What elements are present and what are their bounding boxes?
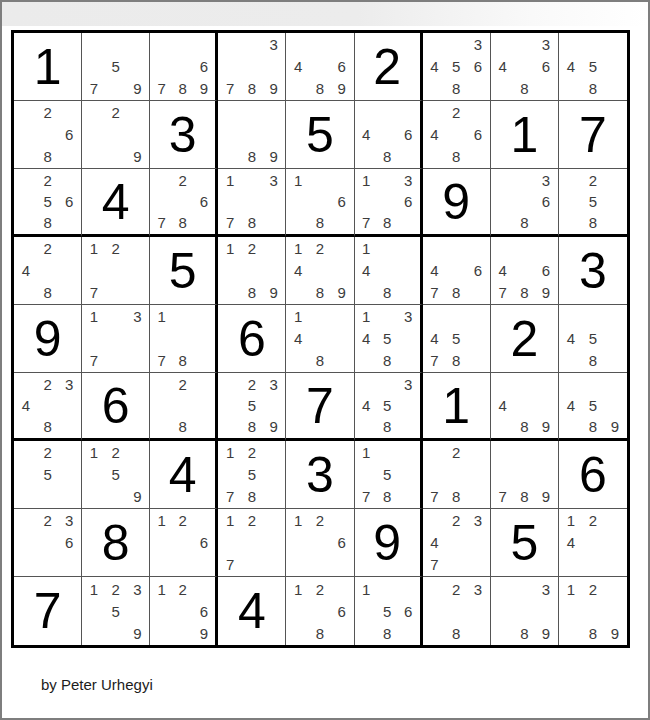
cell-r2c9[interactable]: 7: [559, 101, 627, 169]
cell-r3c4[interactable]: 1378: [218, 169, 286, 237]
candidate-digit: 1: [151, 578, 172, 600]
empty-candidate-slot: [377, 442, 398, 464]
candidate-digit: 7: [219, 553, 241, 575]
empty-candidate-slot: [58, 442, 80, 464]
candidate-digit: 2: [172, 170, 193, 191]
candidate-grid: 368: [492, 170, 557, 233]
empty-candidate-slot: [127, 124, 149, 146]
candidate-digit: 3: [398, 170, 419, 191]
cell-r7c6[interactable]: 1578: [355, 441, 423, 509]
candidate-digit: 3: [467, 578, 489, 600]
cell-r3c5[interactable]: 168: [286, 169, 354, 237]
cell-r6c9[interactable]: 4589: [559, 373, 627, 441]
candidate-grid: 127: [219, 510, 284, 575]
empty-candidate-slot: [263, 553, 285, 575]
candidate-digit: 1: [356, 170, 377, 191]
candidate-digit: 5: [37, 464, 59, 486]
cell-r9c5[interactable]: 1268: [286, 577, 354, 645]
empty-candidate-slot: [560, 306, 582, 328]
empty-candidate-slot: [37, 553, 59, 575]
candidate-digit: 1: [287, 170, 309, 191]
cell-r9c6[interactable]: 1568: [355, 577, 423, 645]
empty-candidate-slot: [219, 102, 241, 124]
candidate-grid: 3458: [356, 374, 419, 437]
empty-candidate-slot: [105, 34, 127, 56]
candidate-grid: 148: [287, 306, 352, 371]
candidate-grid: 458: [560, 306, 626, 371]
cell-r5c5[interactable]: 148: [286, 305, 354, 373]
candidate-digit: 8: [37, 212, 59, 233]
empty-candidate-slot: [398, 328, 419, 350]
cell-r1c7[interactable]: 34568: [423, 33, 491, 101]
empty-candidate-slot: [15, 191, 37, 212]
candidate-grid: 148: [356, 238, 419, 303]
empty-candidate-slot: [604, 170, 626, 191]
cell-r3c7[interactable]: 9: [423, 169, 491, 237]
empty-candidate-slot: [15, 442, 37, 464]
candidate-digit: 2: [309, 578, 331, 600]
candidate-digit: 3: [127, 578, 149, 600]
cell-r3c8[interactable]: 368: [491, 169, 559, 237]
cell-r6c2[interactable]: 6: [82, 373, 150, 441]
candidate-digit: 3: [58, 374, 80, 395]
candidate-digit: 7: [151, 77, 172, 99]
empty-candidate-slot: [398, 395, 419, 416]
candidate-digit: 4: [15, 395, 37, 416]
empty-candidate-slot: [445, 532, 467, 554]
empty-candidate-slot: [424, 102, 446, 124]
cell-r6c1[interactable]: 2348: [14, 373, 82, 441]
candidate-digit: 8: [377, 485, 398, 507]
candidate-digit: 3: [467, 34, 489, 56]
candidate-digit: 8: [241, 281, 263, 303]
empty-candidate-slot: [560, 416, 582, 437]
empty-candidate-slot: [105, 260, 127, 282]
candidate-grid: 789: [492, 442, 557, 507]
empty-candidate-slot: [398, 622, 419, 644]
empty-candidate-slot: [263, 532, 285, 554]
empty-candidate-slot: [424, 510, 446, 532]
candidate-grid: 4689: [287, 34, 352, 99]
candidate-digit: 8: [309, 212, 331, 233]
cell-r5c7[interactable]: 4578: [423, 305, 491, 373]
candidate-digit: 2: [37, 102, 59, 124]
empty-candidate-slot: [15, 170, 37, 191]
candidate-digit: 1: [287, 578, 309, 600]
empty-candidate-slot: [604, 349, 626, 371]
empty-candidate-slot: [513, 191, 535, 212]
empty-candidate-slot: [560, 191, 582, 212]
candidate-digit: 2: [37, 238, 59, 260]
candidate-digit: 5: [241, 464, 263, 486]
cell-r1c6[interactable]: 2: [355, 33, 423, 101]
candidate-digit: 6: [535, 56, 557, 78]
empty-candidate-slot: [151, 34, 172, 56]
cell-r8c9[interactable]: 124: [559, 509, 627, 577]
cell-r1c3[interactable]: 6789: [150, 33, 218, 101]
empty-candidate-slot: [58, 395, 80, 416]
empty-candidate-slot: [287, 212, 309, 233]
empty-candidate-slot: [309, 306, 331, 328]
cell-r4c2[interactable]: 127: [82, 237, 150, 305]
empty-candidate-slot: [287, 34, 309, 56]
cell-r2c3[interactable]: 3: [150, 101, 218, 169]
candidate-digit: 8: [172, 77, 193, 99]
empty-candidate-slot: [535, 212, 557, 233]
empty-candidate-slot: [492, 442, 514, 464]
candidate-digit: 1: [356, 442, 377, 464]
empty-candidate-slot: [219, 260, 241, 282]
candidate-grid: 4589: [560, 374, 626, 437]
candidate-digit: 1: [83, 578, 105, 600]
candidate-digit: 9: [127, 622, 149, 644]
empty-candidate-slot: [560, 600, 582, 622]
candidate-digit: 4: [287, 56, 309, 78]
empty-candidate-slot: [445, 260, 467, 282]
empty-candidate-slot: [287, 281, 309, 303]
cell-r4c5[interactable]: 12489: [286, 237, 354, 305]
empty-candidate-slot: [582, 600, 604, 622]
empty-candidate-slot: [604, 374, 626, 395]
cell-r9c2[interactable]: 12359: [82, 577, 150, 645]
empty-candidate-slot: [604, 532, 626, 554]
empty-candidate-slot: [377, 260, 398, 282]
cell-r4c7[interactable]: 4678: [423, 237, 491, 305]
candidate-digit: 8: [241, 145, 263, 167]
empty-candidate-slot: [309, 260, 331, 282]
author-credit: by Peter Urhegyi: [41, 676, 153, 693]
cell-r5c1[interactable]: 9: [14, 305, 82, 373]
empty-candidate-slot: [309, 170, 331, 191]
cell-r7c4[interactable]: 12578: [218, 441, 286, 509]
empty-candidate-slot: [467, 238, 489, 260]
cell-r9c1[interactable]: 7: [14, 577, 82, 645]
candidate-grid: 46789: [492, 238, 557, 303]
candidate-digit: 6: [331, 532, 353, 554]
empty-candidate-slot: [331, 34, 353, 56]
empty-candidate-slot: [105, 485, 127, 507]
cell-r8c2[interactable]: 8: [82, 509, 150, 577]
cell-r1c1[interactable]: 1: [14, 33, 82, 101]
empty-candidate-slot: [127, 34, 149, 56]
empty-candidate-slot: [37, 395, 59, 416]
candidate-digit: 4: [424, 328, 446, 350]
candidate-digit: 2: [445, 102, 467, 124]
candidate-digit: 5: [377, 328, 398, 350]
cell-r9c4[interactable]: 4: [218, 577, 286, 645]
candidate-digit: 2: [241, 374, 263, 395]
candidate-digit: 7: [151, 349, 172, 371]
empty-candidate-slot: [398, 260, 419, 282]
cell-r6c7[interactable]: 1: [423, 373, 491, 441]
cell-r4c1[interactable]: 248: [14, 237, 82, 305]
cell-r7c8[interactable]: 789: [491, 441, 559, 509]
empty-candidate-slot: [560, 349, 582, 371]
empty-candidate-slot: [560, 77, 582, 99]
given-digit: 4: [82, 169, 149, 234]
candidate-digit: 2: [105, 578, 127, 600]
empty-candidate-slot: [127, 281, 149, 303]
candidate-grid: 126: [151, 510, 214, 575]
candidate-digit: 3: [535, 34, 557, 56]
empty-candidate-slot: [219, 416, 241, 437]
empty-candidate-slot: [356, 622, 377, 644]
cell-r6c8[interactable]: 489: [491, 373, 559, 441]
candidate-digit: 8: [309, 622, 331, 644]
cell-r3c2[interactable]: 4: [82, 169, 150, 237]
cell-r5c6[interactable]: 13458: [355, 305, 423, 373]
empty-candidate-slot: [287, 532, 309, 554]
candidate-digit: 4: [560, 395, 582, 416]
candidate-digit: 9: [535, 485, 557, 507]
empty-candidate-slot: [513, 578, 535, 600]
cell-r7c2[interactable]: 1259: [82, 441, 150, 509]
cell-r8c4[interactable]: 127: [218, 509, 286, 577]
empty-candidate-slot: [151, 374, 172, 395]
cell-r4c9[interactable]: 3: [559, 237, 627, 305]
cell-r7c3[interactable]: 4: [150, 441, 218, 509]
candidate-digit: 8: [445, 77, 467, 99]
candidate-digit: 6: [467, 56, 489, 78]
empty-candidate-slot: [193, 395, 214, 416]
candidate-digit: 2: [172, 374, 193, 395]
cell-r8c6[interactable]: 9: [355, 509, 423, 577]
given-digit: 7: [559, 101, 627, 168]
cell-r2c2[interactable]: 29: [82, 101, 150, 169]
candidate-digit: 8: [445, 145, 467, 167]
candidate-grid: 268: [15, 102, 80, 167]
empty-candidate-slot: [604, 212, 626, 233]
empty-candidate-slot: [172, 191, 193, 212]
candidate-digit: 8: [582, 77, 604, 99]
empty-candidate-slot: [398, 102, 419, 124]
empty-candidate-slot: [58, 464, 80, 486]
empty-candidate-slot: [172, 622, 193, 644]
empty-candidate-slot: [15, 238, 37, 260]
candidate-grid: 1578: [356, 442, 419, 507]
empty-candidate-slot: [398, 416, 419, 437]
candidate-digit: 2: [241, 510, 263, 532]
empty-candidate-slot: [127, 260, 149, 282]
candidate-digit: 9: [263, 145, 285, 167]
candidate-grid: 12489: [287, 238, 352, 303]
empty-candidate-slot: [219, 464, 241, 486]
candidate-grid: 23589: [219, 374, 284, 437]
cell-r9c7[interactable]: 238: [423, 577, 491, 645]
cell-r1c2[interactable]: 579: [82, 33, 150, 101]
cell-r2c7[interactable]: 2468: [423, 101, 491, 169]
cell-r1c4[interactable]: 3789: [218, 33, 286, 101]
empty-candidate-slot: [356, 145, 377, 167]
empty-candidate-slot: [105, 281, 127, 303]
empty-candidate-slot: [309, 532, 331, 554]
cell-r2c4[interactable]: 89: [218, 101, 286, 169]
candidate-digit: 2: [37, 170, 59, 191]
empty-candidate-slot: [398, 145, 419, 167]
cell-r2c1[interactable]: 268: [14, 101, 82, 169]
candidate-digit: 8: [582, 349, 604, 371]
cell-r3c9[interactable]: 258: [559, 169, 627, 237]
candidate-digit: 7: [492, 485, 514, 507]
cell-r2c5[interactable]: 5: [286, 101, 354, 169]
empty-candidate-slot: [467, 532, 489, 554]
given-digit: 5: [491, 509, 558, 576]
candidate-digit: 3: [127, 306, 149, 328]
candidate-digit: 1: [219, 170, 241, 191]
cell-r6c6[interactable]: 3458: [355, 373, 423, 441]
candidate-digit: 8: [241, 212, 263, 233]
given-digit: 3: [286, 441, 353, 508]
empty-candidate-slot: [287, 77, 309, 99]
cell-r9c3[interactable]: 1269: [150, 577, 218, 645]
candidate-digit: 8: [513, 622, 535, 644]
cell-r1c5[interactable]: 4689: [286, 33, 354, 101]
candidate-digit: 9: [193, 622, 214, 644]
candidate-digit: 8: [309, 77, 331, 99]
given-digit: 3: [150, 101, 215, 168]
candidate-digit: 2: [309, 510, 331, 532]
empty-candidate-slot: [263, 56, 285, 78]
candidate-digit: 4: [287, 260, 309, 282]
cell-r2c8[interactable]: 1: [491, 101, 559, 169]
candidate-digit: 7: [424, 553, 446, 575]
candidate-digit: 5: [105, 56, 127, 78]
cell-r4c3[interactable]: 5: [150, 237, 218, 305]
empty-candidate-slot: [331, 553, 353, 575]
cell-r3c1[interactable]: 2568: [14, 169, 82, 237]
cell-r2c6[interactable]: 468: [355, 101, 423, 169]
empty-candidate-slot: [492, 212, 514, 233]
cell-r6c3[interactable]: 28: [150, 373, 218, 441]
candidate-digit: 7: [356, 212, 377, 233]
cell-r8c1[interactable]: 236: [14, 509, 82, 577]
cell-r8c8[interactable]: 5: [491, 509, 559, 577]
cell-r5c9[interactable]: 458: [559, 305, 627, 373]
empty-candidate-slot: [151, 191, 172, 212]
cell-r6c4[interactable]: 23589: [218, 373, 286, 441]
empty-candidate-slot: [445, 34, 467, 56]
empty-candidate-slot: [151, 416, 172, 437]
cell-r1c9[interactable]: 458: [559, 33, 627, 101]
cell-r8c3[interactable]: 126: [150, 509, 218, 577]
candidate-grid: 127: [83, 238, 148, 303]
empty-candidate-slot: [398, 442, 419, 464]
cell-r5c3[interactable]: 178: [150, 305, 218, 373]
empty-candidate-slot: [331, 328, 353, 350]
cell-r3c6[interactable]: 13678: [355, 169, 423, 237]
cell-r7c7[interactable]: 278: [423, 441, 491, 509]
empty-candidate-slot: [37, 532, 59, 554]
given-digit: 4: [218, 577, 285, 645]
candidate-digit: 5: [377, 600, 398, 622]
cell-r6c5[interactable]: 7: [286, 373, 354, 441]
given-digit: 2: [491, 305, 558, 372]
cell-r9c9[interactable]: 1289: [559, 577, 627, 645]
empty-candidate-slot: [331, 578, 353, 600]
empty-candidate-slot: [398, 464, 419, 486]
empty-candidate-slot: [58, 281, 80, 303]
empty-candidate-slot: [467, 349, 489, 371]
empty-candidate-slot: [263, 102, 285, 124]
candidate-digit: 7: [356, 485, 377, 507]
cell-r8c5[interactable]: 126: [286, 509, 354, 577]
empty-candidate-slot: [604, 56, 626, 78]
empty-candidate-slot: [560, 212, 582, 233]
candidate-grid: 389: [492, 578, 557, 644]
empty-candidate-slot: [513, 374, 535, 395]
cell-r5c2[interactable]: 137: [82, 305, 150, 373]
empty-candidate-slot: [241, 170, 263, 191]
candidate-digit: 8: [445, 622, 467, 644]
candidate-grid: 489: [492, 374, 557, 437]
empty-candidate-slot: [492, 77, 514, 99]
given-digit: 6: [82, 373, 149, 438]
candidate-digit: 4: [356, 260, 377, 282]
empty-candidate-slot: [535, 238, 557, 260]
candidate-digit: 8: [377, 212, 398, 233]
empty-candidate-slot: [127, 442, 149, 464]
candidate-digit: 4: [424, 56, 446, 78]
empty-candidate-slot: [492, 464, 514, 486]
candidate-digit: 2: [105, 442, 127, 464]
candidate-digit: 4: [492, 260, 514, 282]
candidate-digit: 6: [58, 191, 80, 212]
empty-candidate-slot: [356, 374, 377, 395]
candidate-digit: 8: [377, 145, 398, 167]
candidate-grid: 124: [560, 510, 626, 575]
candidate-digit: 8: [172, 416, 193, 437]
cell-r3c3[interactable]: 2678: [150, 169, 218, 237]
empty-candidate-slot: [219, 395, 241, 416]
candidate-grid: 178: [151, 306, 214, 371]
candidate-digit: 7: [219, 485, 241, 507]
cell-r4c4[interactable]: 1289: [218, 237, 286, 305]
cell-r4c6[interactable]: 148: [355, 237, 423, 305]
cell-r8c7[interactable]: 2347: [423, 509, 491, 577]
candidate-digit: 2: [241, 442, 263, 464]
candidate-digit: 6: [467, 260, 489, 282]
empty-candidate-slot: [287, 600, 309, 622]
empty-candidate-slot: [604, 600, 626, 622]
candidate-digit: 8: [309, 281, 331, 303]
candidate-digit: 5: [241, 395, 263, 416]
cell-r7c1[interactable]: 25: [14, 441, 82, 509]
empty-candidate-slot: [445, 553, 467, 575]
empty-candidate-slot: [193, 416, 214, 437]
empty-candidate-slot: [287, 553, 309, 575]
cell-r9c8[interactable]: 389: [491, 577, 559, 645]
candidate-digit: 2: [172, 510, 193, 532]
empty-candidate-slot: [467, 622, 489, 644]
cell-r7c5[interactable]: 3: [286, 441, 354, 509]
cell-r5c4[interactable]: 6: [218, 305, 286, 373]
empty-candidate-slot: [356, 600, 377, 622]
cell-r7c9[interactable]: 6: [559, 441, 627, 509]
candidate-digit: 9: [263, 281, 285, 303]
candidate-digit: 9: [331, 281, 353, 303]
cell-r4c8[interactable]: 46789: [491, 237, 559, 305]
candidate-digit: 4: [287, 328, 309, 350]
cell-r1c8[interactable]: 3468: [491, 33, 559, 101]
empty-candidate-slot: [83, 34, 105, 56]
empty-candidate-slot: [263, 260, 285, 282]
empty-candidate-slot: [331, 510, 353, 532]
empty-candidate-slot: [467, 281, 489, 303]
cell-r5c8[interactable]: 2: [491, 305, 559, 373]
empty-candidate-slot: [492, 238, 514, 260]
empty-candidate-slot: [105, 124, 127, 146]
empty-candidate-slot: [309, 600, 331, 622]
